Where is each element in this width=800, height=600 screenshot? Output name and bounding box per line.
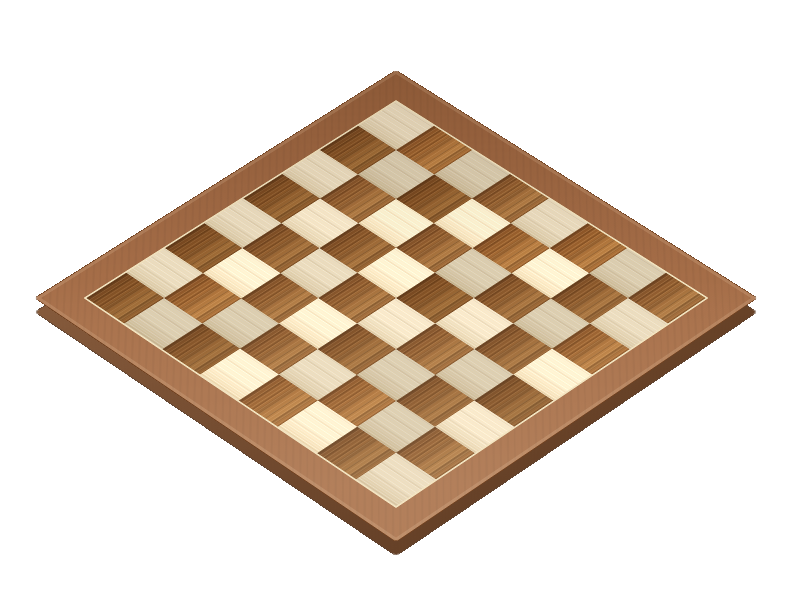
board-field: [83, 100, 708, 508]
product-photo: [0, 0, 800, 600]
chess-board: [35, 71, 756, 542]
